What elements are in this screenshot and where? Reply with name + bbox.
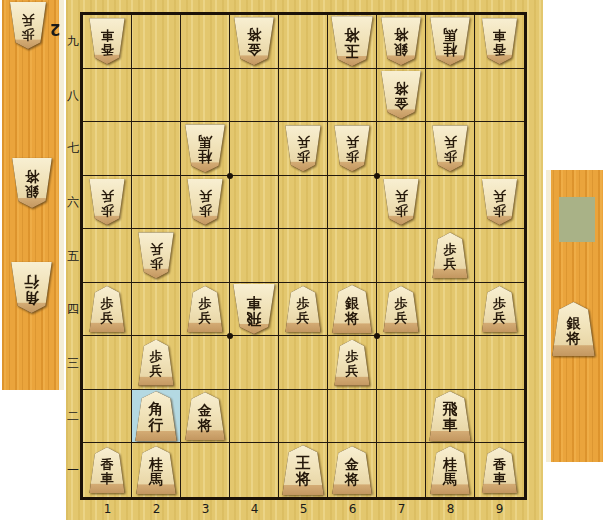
piece-kanji: 車	[493, 29, 506, 43]
piece-kanji: 香	[101, 43, 114, 57]
square-9五[interactable]	[475, 229, 524, 283]
piece-kanji: 兵	[101, 190, 114, 204]
piece-2一[interactable]: 桂馬	[134, 446, 178, 494]
piece-6一[interactable]: 金将	[330, 446, 374, 494]
piece-kanji: 行	[149, 418, 164, 434]
piece-kanji: 歩	[22, 27, 35, 41]
piece-2五[interactable]: 歩兵	[137, 232, 176, 278]
square-4五[interactable]	[230, 229, 279, 283]
piece-kanji: 兵	[22, 13, 35, 27]
piece-銀将[interactable]: 銀将	[10, 158, 54, 208]
piece-kanji: 金	[247, 43, 261, 58]
piece-kanji: 兵	[101, 311, 114, 325]
piece-kanji: 兵	[444, 136, 457, 150]
piece-4四[interactable]: 飛車	[231, 284, 277, 334]
star-point	[227, 173, 233, 179]
piece-kanji: 桂	[443, 457, 457, 472]
piece-kanji: 兵	[346, 364, 359, 378]
shogi-app: 歩兵2銀将角行 九八七六五四三二一 香車金将玉将銀将桂馬香車金将桂馬歩兵歩兵歩兵…	[0, 0, 604, 520]
piece-kanji: 歩	[297, 150, 310, 164]
square-2九[interactable]	[132, 15, 181, 69]
piece-kanji: 将	[394, 82, 408, 97]
piece-kanji: 馬	[443, 472, 457, 487]
square-3八[interactable]	[181, 69, 230, 123]
piece-kanji: 兵	[395, 311, 408, 325]
file-label: 3	[181, 500, 230, 518]
square-8五[interactable]: 歩兵	[426, 229, 475, 283]
piece-kanji: 兵	[199, 190, 212, 204]
hand-piece-銀将[interactable]: 銀将	[10, 158, 54, 208]
piece-kanji: 将	[25, 170, 39, 185]
square-9四[interactable]: 歩兵	[475, 283, 524, 337]
piece-kanji: 車	[101, 472, 114, 486]
square-2六[interactable]	[132, 176, 181, 230]
piece-5一[interactable]: 王将	[280, 445, 326, 495]
piece-kanji: 飛	[247, 311, 262, 327]
square-5八[interactable]	[279, 69, 328, 123]
piece-8九[interactable]: 桂馬	[428, 17, 472, 65]
square-1一[interactable]: 香車	[83, 443, 132, 497]
piece-kanji: 将	[394, 28, 408, 43]
piece-2三[interactable]: 歩兵	[137, 340, 176, 386]
square-3五[interactable]	[181, 229, 230, 283]
square-9二[interactable]	[475, 390, 524, 444]
piece-1九[interactable]: 香車	[88, 18, 127, 64]
square-6九[interactable]: 玉将	[328, 15, 377, 69]
rank-label: 六	[66, 176, 80, 230]
square-9八[interactable]	[475, 69, 524, 123]
piece-kanji: 将	[345, 311, 359, 326]
shogi-board: 九八七六五四三二一 香車金将玉将銀将桂馬香車金将桂馬歩兵歩兵歩兵歩兵歩兵歩兵歩兵…	[66, 0, 543, 520]
square-3二[interactable]: 金将	[181, 390, 230, 444]
piece-kanji: 歩	[199, 297, 212, 311]
piece-kanji: 歩	[346, 350, 359, 364]
piece-9四[interactable]: 歩兵	[480, 286, 519, 332]
piece-kanji: 兵	[297, 311, 310, 325]
piece-9一[interactable]: 香車	[480, 447, 519, 493]
square-3四[interactable]: 歩兵	[181, 283, 230, 337]
square-7八[interactable]: 金将	[377, 69, 426, 123]
file-label: 7	[377, 500, 426, 518]
rank-label: 七	[66, 122, 80, 176]
piece-3二[interactable]: 金将	[183, 392, 227, 440]
square-9三[interactable]	[475, 336, 524, 390]
piece-kanji: 兵	[297, 136, 310, 150]
file-label: 9	[475, 500, 524, 518]
square-6二[interactable]	[328, 390, 377, 444]
hand-piece-count: 2	[50, 20, 60, 38]
piece-1一[interactable]: 香車	[88, 447, 127, 493]
piece-kanji: 歩	[444, 243, 457, 257]
piece-kanji: 車	[493, 472, 506, 486]
board-grid: 香車金将玉将銀将桂馬香車金将桂馬歩兵歩兵歩兵歩兵歩兵歩兵歩兵歩兵歩兵歩兵歩兵飛車…	[83, 15, 524, 497]
rank-label: 八	[66, 69, 80, 123]
square-7六[interactable]: 歩兵	[377, 176, 426, 230]
square-8三[interactable]	[426, 336, 475, 390]
file-label: 5	[279, 500, 328, 518]
hand-slot-highlight[interactable]	[559, 197, 595, 242]
piece-1四[interactable]: 歩兵	[88, 286, 127, 332]
piece-銀将[interactable]: 銀将	[550, 302, 597, 356]
piece-7四[interactable]: 歩兵	[382, 286, 421, 332]
piece-kanji: 金	[394, 96, 408, 111]
square-5三[interactable]	[279, 336, 328, 390]
piece-kanji: 兵	[395, 190, 408, 204]
piece-8一[interactable]: 桂馬	[428, 446, 472, 494]
file-labels: 123456789	[83, 500, 524, 518]
rank-label: 二	[66, 390, 80, 444]
square-2四[interactable]	[132, 283, 181, 337]
piece-3四[interactable]: 歩兵	[186, 286, 225, 332]
piece-1六[interactable]: 歩兵	[88, 179, 127, 225]
piece-9六[interactable]: 歩兵	[480, 179, 519, 225]
square-8六[interactable]	[426, 176, 475, 230]
rank-label: 四	[66, 283, 80, 337]
piece-kanji: 馬	[149, 472, 163, 487]
piece-kanji: 兵	[444, 257, 457, 271]
stand-inner-edge	[59, 0, 64, 390]
piece-7六[interactable]: 歩兵	[382, 179, 421, 225]
piece-kanji: 兵	[150, 364, 163, 378]
square-4六[interactable]	[230, 176, 279, 230]
rank-label: 五	[66, 229, 80, 283]
piece-kanji: 歩	[493, 297, 506, 311]
rank-labels: 九八七六五四三二一	[66, 15, 80, 497]
square-3一[interactable]	[181, 443, 230, 497]
square-3九[interactable]	[181, 15, 230, 69]
file-label: 4	[230, 500, 279, 518]
square-6三[interactable]: 歩兵	[328, 336, 377, 390]
piece-kanji: 歩	[150, 350, 163, 364]
square-9九[interactable]: 香車	[475, 15, 524, 69]
piece-3七[interactable]: 桂馬	[183, 124, 227, 172]
piece-kanji: 歩	[395, 297, 408, 311]
square-1五[interactable]	[83, 229, 132, 283]
piece-kanji: 将	[247, 28, 261, 43]
piece-kanji: 歩	[297, 297, 310, 311]
piece-kanji: 歩	[199, 203, 212, 217]
square-7七[interactable]	[377, 122, 426, 176]
piece-5四[interactable]: 歩兵	[284, 286, 323, 332]
piece-kanji: 将	[198, 418, 212, 433]
piece-5七[interactable]: 歩兵	[284, 125, 323, 171]
square-1六[interactable]: 歩兵	[83, 176, 132, 230]
square-6四[interactable]: 銀将	[328, 283, 377, 337]
square-6一[interactable]: 金将	[328, 443, 377, 497]
file-label: 2	[132, 500, 181, 518]
top-player-hand-stand: 歩兵2銀将角行	[2, 0, 64, 390]
piece-8二[interactable]: 飛車	[427, 391, 473, 441]
square-5九[interactable]	[279, 15, 328, 69]
square-7三[interactable]	[377, 336, 426, 390]
piece-6九[interactable]: 玉将	[329, 16, 375, 66]
piece-kanji: 馬	[198, 135, 212, 150]
square-2八[interactable]	[132, 69, 181, 123]
square-1七[interactable]	[83, 122, 132, 176]
square-4七[interactable]	[230, 122, 279, 176]
square-3三[interactable]	[181, 336, 230, 390]
square-4二[interactable]	[230, 390, 279, 444]
piece-kanji: 兵	[150, 243, 163, 257]
piece-kanji: 馬	[443, 28, 457, 43]
piece-kanji: 兵	[493, 311, 506, 325]
square-5七[interactable]: 歩兵	[279, 122, 328, 176]
square-4四[interactable]: 飛車	[230, 283, 279, 337]
square-1四[interactable]: 歩兵	[83, 283, 132, 337]
square-8七[interactable]: 歩兵	[426, 122, 475, 176]
piece-kanji: 銀	[394, 43, 408, 58]
file-label: 8	[426, 500, 475, 518]
square-6七[interactable]: 歩兵	[328, 122, 377, 176]
square-7九[interactable]: 銀将	[377, 15, 426, 69]
square-5二[interactable]	[279, 390, 328, 444]
piece-歩兵[interactable]: 歩兵	[8, 2, 48, 49]
piece-kanji: 将	[345, 27, 360, 43]
piece-kanji: 車	[443, 418, 458, 434]
piece-kanji: 将	[345, 472, 359, 487]
board-frame: 香車金将玉将銀将桂馬香車金将桂馬歩兵歩兵歩兵歩兵歩兵歩兵歩兵歩兵歩兵歩兵歩兵飛車…	[80, 12, 527, 500]
square-2三[interactable]: 歩兵	[132, 336, 181, 390]
square-8八[interactable]	[426, 69, 475, 123]
piece-kanji: 香	[101, 458, 114, 472]
piece-kanji: 銀	[345, 296, 359, 311]
square-9六[interactable]: 歩兵	[475, 176, 524, 230]
piece-6七[interactable]: 歩兵	[333, 125, 372, 171]
square-5四[interactable]: 歩兵	[279, 283, 328, 337]
piece-7八[interactable]: 金将	[379, 71, 423, 119]
piece-kanji: 香	[493, 43, 506, 57]
piece-kanji: 桂	[149, 457, 163, 472]
square-5五[interactable]	[279, 229, 328, 283]
piece-kanji: 銀	[567, 316, 581, 331]
square-1八[interactable]	[83, 69, 132, 123]
square-7四[interactable]: 歩兵	[377, 283, 426, 337]
square-4九[interactable]: 金将	[230, 15, 279, 69]
piece-4九[interactable]: 金将	[232, 17, 276, 65]
piece-kanji: 行	[24, 273, 39, 289]
square-2七[interactable]	[132, 122, 181, 176]
star-point	[374, 173, 380, 179]
square-7二[interactable]	[377, 390, 426, 444]
square-3七[interactable]: 桂馬	[181, 122, 230, 176]
piece-9九[interactable]: 香車	[480, 18, 519, 64]
piece-kanji: 歩	[150, 257, 163, 271]
square-4三[interactable]	[230, 336, 279, 390]
square-2一[interactable]: 桂馬	[132, 443, 181, 497]
square-5一[interactable]: 王将	[279, 443, 328, 497]
piece-kanji: 兵	[493, 190, 506, 204]
rank-label: 一	[66, 444, 80, 498]
piece-6四[interactable]: 銀将	[330, 285, 374, 333]
square-8二[interactable]: 飛車	[426, 390, 475, 444]
piece-3六[interactable]: 歩兵	[186, 179, 225, 225]
square-1九[interactable]: 香車	[83, 15, 132, 69]
piece-kanji: 歩	[346, 150, 359, 164]
square-6六[interactable]	[328, 176, 377, 230]
hand-piece-銀将[interactable]: 銀将	[550, 302, 597, 356]
piece-8七[interactable]: 歩兵	[431, 125, 470, 171]
piece-kanji: 金	[345, 457, 359, 472]
square-1二[interactable]	[83, 390, 132, 444]
square-6八[interactable]	[328, 69, 377, 123]
square-4八[interactable]	[230, 69, 279, 123]
piece-2二[interactable]: 角行	[133, 391, 179, 441]
piece-kanji: 玉	[345, 43, 360, 59]
piece-8五[interactable]: 歩兵	[431, 232, 470, 278]
piece-kanji: 歩	[444, 150, 457, 164]
piece-kanji: 歩	[493, 203, 506, 217]
square-9七[interactable]	[475, 122, 524, 176]
square-2五[interactable]: 歩兵	[132, 229, 181, 283]
square-9一[interactable]: 香車	[475, 443, 524, 497]
square-4一[interactable]	[230, 443, 279, 497]
piece-kanji: 角	[24, 289, 39, 305]
file-label: 1	[83, 500, 132, 518]
piece-kanji: 車	[247, 295, 262, 311]
rank-label: 九	[66, 15, 80, 69]
square-6五[interactable]	[328, 229, 377, 283]
piece-kanji: 桂	[443, 43, 457, 58]
piece-kanji: 銀	[25, 185, 39, 200]
piece-7九[interactable]: 銀将	[379, 17, 423, 65]
square-3六[interactable]: 歩兵	[181, 176, 230, 230]
square-2二[interactable]: 角行	[132, 390, 181, 444]
hand-piece-角行[interactable]: 角行	[9, 262, 54, 313]
square-5六[interactable]	[279, 176, 328, 230]
piece-kanji: 車	[101, 29, 114, 43]
square-7五[interactable]	[377, 229, 426, 283]
square-7一[interactable]	[377, 443, 426, 497]
piece-kanji: 兵	[346, 136, 359, 150]
square-8一[interactable]: 桂馬	[426, 443, 475, 497]
piece-kanji: 兵	[199, 311, 212, 325]
file-label: 6	[328, 500, 377, 518]
square-1三[interactable]	[83, 336, 132, 390]
piece-kanji: 将	[296, 472, 311, 488]
square-8四[interactable]	[426, 283, 475, 337]
piece-kanji: 桂	[198, 150, 212, 165]
square-8九[interactable]: 桂馬	[426, 15, 475, 69]
hand-piece-歩兵[interactable]: 歩兵2	[8, 2, 48, 49]
piece-kanji: 香	[493, 458, 506, 472]
bottom-player-hand-stand: 銀将	[546, 170, 603, 462]
piece-6三[interactable]: 歩兵	[333, 340, 372, 386]
piece-kanji: 歩	[101, 203, 114, 217]
piece-kanji: 将	[567, 331, 581, 346]
piece-kanji: 金	[198, 403, 212, 418]
piece-kanji: 歩	[101, 297, 114, 311]
rank-label: 三	[66, 336, 80, 390]
piece-kanji: 歩	[395, 203, 408, 217]
piece-角行[interactable]: 角行	[9, 262, 54, 313]
